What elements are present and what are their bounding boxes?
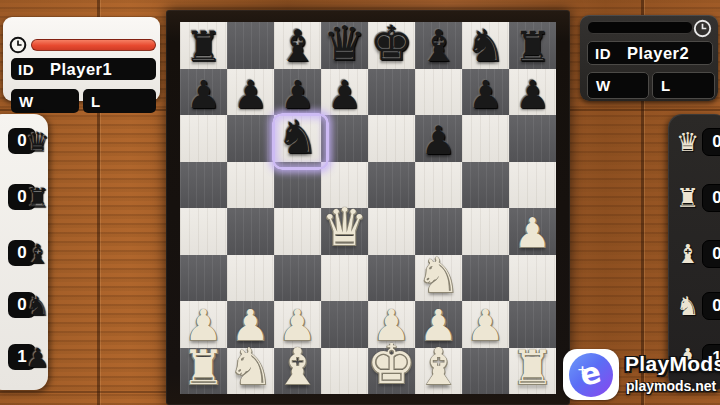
black-rook-icon: ♜ bbox=[26, 183, 49, 213]
captured-rook-count: 0 bbox=[702, 184, 720, 212]
captured-bishop-count: 0 bbox=[702, 240, 720, 268]
piece-white-knight-b1[interactable]: ♞ bbox=[226, 335, 276, 396]
square-b6[interactable] bbox=[227, 115, 274, 162]
square-c4[interactable] bbox=[274, 208, 321, 255]
playmods-watermark[interactable]: e + PlayMods playmods.net bbox=[556, 342, 720, 405]
captured-knight-count: 0 bbox=[702, 292, 720, 320]
captured-black-pieces-tray: 0 ♛ 0 ♜ 0 ♝ 0 ♞ 1 ♟ bbox=[0, 114, 48, 390]
piece-black-pawn-d7[interactable]: ♟ bbox=[322, 62, 366, 117]
black-queen-icon: ♛ bbox=[26, 127, 49, 157]
black-knight-icon: ♞ bbox=[26, 291, 49, 321]
piece-white-king-e1[interactable]: ♚ bbox=[367, 335, 417, 396]
player1-wins-box: W bbox=[11, 89, 79, 113]
square-h6[interactable] bbox=[509, 115, 556, 162]
captured-black-queen: 0 ♛ bbox=[0, 128, 48, 158]
player2-panel: ID Player2 W L bbox=[580, 15, 718, 101]
captured-white-knight: ♞ 0 bbox=[668, 292, 720, 322]
square-d3[interactable] bbox=[321, 255, 368, 302]
player1-name: Player1 bbox=[50, 60, 112, 79]
square-d1[interactable] bbox=[321, 348, 368, 395]
piece-black-pawn-a7[interactable]: ♟ bbox=[181, 62, 225, 117]
square-e4[interactable] bbox=[368, 208, 415, 255]
piece-white-rook-a1[interactable]: ♜ bbox=[179, 335, 229, 396]
piece-white-bishop-f1[interactable]: ♝ bbox=[414, 335, 464, 396]
piece-white-pawn-h4[interactable]: ♟ bbox=[509, 199, 556, 257]
id-label: ID bbox=[595, 45, 611, 62]
square-g5[interactable] bbox=[462, 162, 509, 209]
piece-white-rook-h1[interactable]: ♜ bbox=[508, 335, 558, 396]
player2-losses-box: L bbox=[652, 72, 715, 99]
captured-white-bishop: ♝ 0 bbox=[668, 240, 720, 270]
square-b4[interactable] bbox=[227, 208, 274, 255]
captured-black-pawn: 1 ♟ bbox=[0, 344, 48, 374]
square-g1[interactable] bbox=[462, 348, 509, 395]
id-label: ID bbox=[18, 61, 34, 78]
playmods-site-url: playmods.net bbox=[626, 378, 716, 394]
playmods-logo-letter: e bbox=[565, 351, 617, 400]
white-queen-icon: ♛ bbox=[676, 127, 699, 157]
square-h3[interactable] bbox=[509, 255, 556, 302]
player1-losses-box: L bbox=[83, 89, 156, 113]
captured-black-bishop: 0 ♝ bbox=[0, 240, 48, 270]
playmods-logo-icon[interactable]: e + bbox=[563, 349, 619, 400]
captured-white-queen: ♛ 0 bbox=[668, 128, 720, 158]
captured-black-knight: 0 ♞ bbox=[0, 292, 48, 322]
square-f5[interactable] bbox=[415, 162, 462, 209]
wins-label: W bbox=[596, 77, 610, 94]
piece-white-pawn-g2[interactable]: ♟ bbox=[461, 289, 510, 349]
square-e7[interactable] bbox=[368, 69, 415, 116]
piece-black-king-e8[interactable]: ♚ bbox=[370, 17, 413, 70]
piece-black-pawn-f6[interactable]: ♟ bbox=[416, 108, 461, 164]
square-a4[interactable] bbox=[180, 208, 227, 255]
black-bishop-icon: ♝ bbox=[26, 239, 49, 269]
square-g6[interactable] bbox=[462, 115, 509, 162]
captured-white-rook: ♜ 0 bbox=[668, 184, 720, 214]
player1-time-bar bbox=[31, 39, 156, 51]
captured-black-rook: 0 ♜ bbox=[0, 184, 48, 214]
clock-icon bbox=[9, 36, 27, 54]
black-pawn-icon: ♟ bbox=[26, 343, 49, 373]
wins-label: W bbox=[19, 93, 33, 110]
square-a5[interactable] bbox=[180, 162, 227, 209]
player2-time-bar bbox=[587, 21, 693, 34]
piece-black-pawn-b7[interactable]: ♟ bbox=[228, 62, 272, 117]
player2-id-box: ID Player2 bbox=[587, 41, 713, 65]
white-knight-icon: ♞ bbox=[676, 291, 699, 321]
clock-icon bbox=[693, 19, 712, 38]
piece-black-pawn-g7[interactable]: ♟ bbox=[463, 62, 507, 117]
losses-label: L bbox=[91, 93, 100, 110]
playmods-logo-circle: e + bbox=[569, 353, 613, 397]
square-d2[interactable] bbox=[321, 301, 368, 348]
piece-black-pawn-h7[interactable]: ♟ bbox=[510, 62, 554, 117]
player2-name: Player2 bbox=[627, 44, 689, 63]
piece-black-knight-c6[interactable]: ♞ bbox=[275, 108, 320, 164]
captured-queen-count: 0 bbox=[702, 128, 720, 156]
piece-white-queen-d4[interactable]: ♛ bbox=[321, 199, 368, 257]
playmods-logo-plus: + bbox=[577, 362, 588, 377]
piece-white-bishop-c1[interactable]: ♝ bbox=[273, 335, 323, 396]
square-a6[interactable] bbox=[180, 115, 227, 162]
square-b5[interactable] bbox=[227, 162, 274, 209]
chess-app-screen: ID Player1 W L ID Player2 W L 0 ♛ bbox=[0, 0, 720, 405]
square-e5[interactable] bbox=[368, 162, 415, 209]
playmods-name: PlayMods bbox=[625, 352, 720, 376]
player2-wins-box: W bbox=[587, 72, 649, 99]
losses-label: L bbox=[661, 77, 670, 94]
player1-id-box: ID Player1 bbox=[11, 58, 156, 80]
piece-black-bishop-f8[interactable]: ♝ bbox=[417, 17, 460, 70]
white-rook-icon: ♜ bbox=[676, 183, 699, 213]
square-e6[interactable] bbox=[368, 115, 415, 162]
player1-panel: ID Player1 W L bbox=[3, 17, 160, 101]
white-bishop-icon: ♝ bbox=[676, 239, 699, 269]
square-g4[interactable] bbox=[462, 208, 509, 255]
